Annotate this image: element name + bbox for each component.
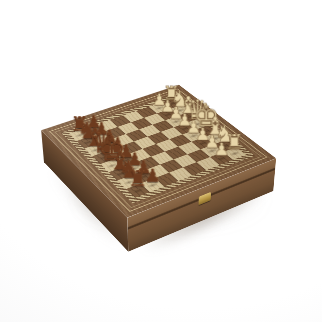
- perspective-scene: ♜♞♝♛♚♝♞♜♟♟♟♟♟♟♟♟♟♟♟♟♟♟♟♟♜♞♝♛♚♝♞♜: [0, 0, 322, 322]
- brass-clasp: [199, 192, 211, 205]
- chess-box: ♜♞♝♛♚♝♞♜♟♟♟♟♟♟♟♟♟♟♟♟♟♟♟♟♜♞♝♛♚♝♞♜: [41, 85, 276, 218]
- piece-black-rook-h8: ♜: [121, 168, 155, 191]
- chess-set-product-photo: ♜♞♝♛♚♝♞♜♟♟♟♟♟♟♟♟♟♟♟♟♟♟♟♟♜♞♝♛♚♝♞♜: [0, 0, 322, 322]
- piece-white-pawn-h2: ♟: [205, 141, 238, 158]
